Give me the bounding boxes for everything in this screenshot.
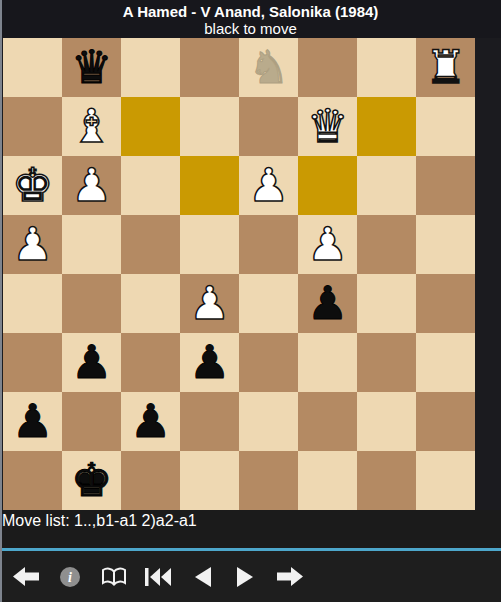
- square-b3[interactable]: ♟: [62, 333, 121, 392]
- square-b6[interactable]: ♟: [62, 156, 121, 215]
- square-g6[interactable]: [357, 156, 416, 215]
- square-e3[interactable]: [239, 333, 298, 392]
- square-d2[interactable]: [180, 392, 239, 451]
- board-area: ♛♞♜♝♛♚♟♟♟♟♟♟♟♟♟♟♚: [0, 38, 501, 510]
- square-a6[interactable]: ♚: [3, 156, 62, 215]
- square-d7[interactable]: [180, 97, 239, 156]
- black-pawn[interactable]: ♟: [307, 274, 348, 333]
- square-d4[interactable]: ♟: [180, 274, 239, 333]
- square-g2[interactable]: [357, 392, 416, 451]
- square-f4[interactable]: ♟: [298, 274, 357, 333]
- svg-text:i: i: [68, 570, 72, 585]
- square-f2[interactable]: [298, 392, 357, 451]
- square-g7[interactable]: [357, 97, 416, 156]
- square-d5[interactable]: [180, 215, 239, 274]
- square-b1[interactable]: ♚: [62, 451, 121, 510]
- square-f8[interactable]: [298, 38, 357, 97]
- book-icon: [101, 567, 127, 587]
- white-king[interactable]: ♚: [12, 156, 53, 215]
- square-h2[interactable]: [416, 392, 475, 451]
- square-e7[interactable]: [239, 97, 298, 156]
- square-a3[interactable]: [3, 333, 62, 392]
- square-f3[interactable]: [298, 333, 357, 392]
- square-a5[interactable]: ♟: [3, 215, 62, 274]
- white-pawn[interactable]: ♟: [307, 215, 348, 274]
- black-pawn[interactable]: ♟: [71, 333, 112, 392]
- square-e6[interactable]: ♟: [239, 156, 298, 215]
- square-b2[interactable]: [62, 392, 121, 451]
- forward-arrow-button[interactable]: [277, 564, 303, 590]
- next-move-button[interactable]: [233, 564, 259, 590]
- info-button[interactable]: i: [57, 564, 83, 590]
- square-g3[interactable]: [357, 333, 416, 392]
- square-a4[interactable]: [3, 274, 62, 333]
- toolbar: i: [0, 551, 501, 602]
- square-c2[interactable]: ♟: [121, 392, 180, 451]
- back-arrow-button[interactable]: [13, 564, 39, 590]
- forward-arrow-icon: [277, 567, 303, 586]
- square-c3[interactable]: [121, 333, 180, 392]
- square-g1[interactable]: [357, 451, 416, 510]
- square-g5[interactable]: [357, 215, 416, 274]
- white-pawn[interactable]: ♟: [189, 274, 230, 333]
- back-arrow-icon: [13, 567, 39, 586]
- skip-to-start-button[interactable]: [145, 564, 171, 590]
- chess-board: ♛♞♜♝♛♚♟♟♟♟♟♟♟♟♟♟♚: [3, 38, 475, 510]
- square-a7[interactable]: [3, 97, 62, 156]
- square-c8[interactable]: [121, 38, 180, 97]
- white-rook[interactable]: ♜: [425, 38, 466, 97]
- square-h8[interactable]: ♜: [416, 38, 475, 97]
- black-pawn[interactable]: ♟: [189, 333, 230, 392]
- white-pawn[interactable]: ♟: [248, 156, 289, 215]
- white-queen[interactable]: ♛: [307, 97, 348, 156]
- white-pawn[interactable]: ♟: [12, 215, 53, 274]
- square-e8[interactable]: ♞: [239, 38, 298, 97]
- square-h1[interactable]: [416, 451, 475, 510]
- square-h7[interactable]: [416, 97, 475, 156]
- square-f1[interactable]: [298, 451, 357, 510]
- square-b5[interactable]: [62, 215, 121, 274]
- square-h4[interactable]: [416, 274, 475, 333]
- square-d1[interactable]: [180, 451, 239, 510]
- chess-app-window: A Hamed - V Anand, Salonika (1984) black…: [0, 0, 501, 602]
- square-d8[interactable]: [180, 38, 239, 97]
- square-c4[interactable]: [121, 274, 180, 333]
- square-g4[interactable]: [357, 274, 416, 333]
- black-pawn[interactable]: ♟: [130, 392, 171, 451]
- white-bishop[interactable]: ♝: [71, 97, 112, 156]
- square-a8[interactable]: [3, 38, 62, 97]
- square-f6[interactable]: [298, 156, 357, 215]
- turn-indicator: black to move: [0, 20, 501, 37]
- black-pawn[interactable]: ♟: [12, 392, 53, 451]
- square-f7[interactable]: ♛: [298, 97, 357, 156]
- previous-move-button[interactable]: [189, 564, 215, 590]
- square-e2[interactable]: [239, 392, 298, 451]
- square-e4[interactable]: [239, 274, 298, 333]
- white-pawn[interactable]: ♟: [71, 156, 112, 215]
- previous-move-icon: [193, 567, 211, 587]
- square-h5[interactable]: [416, 215, 475, 274]
- book-button[interactable]: [101, 564, 127, 590]
- square-d6[interactable]: [180, 156, 239, 215]
- square-e5[interactable]: [239, 215, 298, 274]
- square-f5[interactable]: ♟: [298, 215, 357, 274]
- square-a2[interactable]: ♟: [3, 392, 62, 451]
- square-c1[interactable]: [121, 451, 180, 510]
- black-king[interactable]: ♚: [71, 451, 112, 510]
- square-b4[interactable]: [62, 274, 121, 333]
- left-edge-line: [0, 0, 2, 602]
- square-c5[interactable]: [121, 215, 180, 274]
- game-title: A Hamed - V Anand, Salonika (1984): [0, 3, 501, 20]
- square-b8[interactable]: ♛: [62, 38, 121, 97]
- square-g8[interactable]: [357, 38, 416, 97]
- next-move-icon: [237, 567, 255, 587]
- square-c6[interactable]: [121, 156, 180, 215]
- square-h3[interactable]: [416, 333, 475, 392]
- header: A Hamed - V Anand, Salonika (1984) black…: [0, 0, 501, 38]
- info-icon: i: [59, 566, 81, 588]
- square-a1[interactable]: [3, 451, 62, 510]
- black-queen[interactable]: ♛: [71, 38, 112, 97]
- square-h6[interactable]: [416, 156, 475, 215]
- move-list: Move list: 1..,b1-a1 2)a2-a1: [0, 510, 501, 548]
- square-d3[interactable]: ♟: [180, 333, 239, 392]
- square-b7[interactable]: ♝: [62, 97, 121, 156]
- square-c7[interactable]: [121, 97, 180, 156]
- skip-to-start-icon: [145, 567, 171, 587]
- square-e1[interactable]: [239, 451, 298, 510]
- ghost-white-knight[interactable]: ♞: [248, 38, 289, 97]
